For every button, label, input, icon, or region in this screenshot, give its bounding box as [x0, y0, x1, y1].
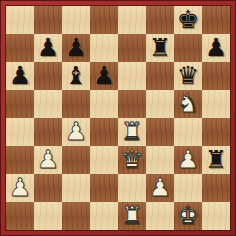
white-knight-g5[interactable]: ♞	[174, 90, 202, 118]
chess-board-frame: ♚♟♟♜♟♟♝♟♛♞♟♜♟♛♟♜♟♟♜♚	[0, 0, 236, 236]
white-rook-e1[interactable]: ♜	[118, 202, 146, 230]
black-rook-f7[interactable]: ♜	[146, 34, 174, 62]
square-h8[interactable]	[202, 6, 230, 34]
square-b5[interactable]	[34, 90, 62, 118]
square-a2[interactable]: ♟	[6, 174, 34, 202]
white-rook-e4[interactable]: ♜	[118, 118, 146, 146]
black-queen-g6[interactable]: ♛	[174, 62, 202, 90]
square-c5[interactable]	[62, 90, 90, 118]
square-d8[interactable]	[90, 6, 118, 34]
square-c8[interactable]	[62, 6, 90, 34]
black-rook-h3[interactable]: ♜	[202, 146, 230, 174]
square-g8[interactable]: ♚	[174, 6, 202, 34]
square-d1[interactable]	[90, 202, 118, 230]
square-a1[interactable]	[6, 202, 34, 230]
square-b7[interactable]: ♟	[34, 34, 62, 62]
white-pawn-b3[interactable]: ♟	[34, 146, 62, 174]
black-bishop-c6[interactable]: ♝	[62, 62, 90, 90]
square-g1[interactable]: ♚	[174, 202, 202, 230]
square-g6[interactable]: ♛	[174, 62, 202, 90]
square-f3[interactable]	[146, 146, 174, 174]
square-f5[interactable]	[146, 90, 174, 118]
square-a8[interactable]	[6, 6, 34, 34]
square-b6[interactable]	[34, 62, 62, 90]
white-pawn-f2[interactable]: ♟	[146, 174, 174, 202]
square-b1[interactable]	[34, 202, 62, 230]
square-f6[interactable]	[146, 62, 174, 90]
square-h2[interactable]	[202, 174, 230, 202]
square-a7[interactable]	[6, 34, 34, 62]
black-pawn-c7[interactable]: ♟	[62, 34, 90, 62]
square-e2[interactable]	[118, 174, 146, 202]
square-d2[interactable]	[90, 174, 118, 202]
square-d4[interactable]	[90, 118, 118, 146]
square-e3[interactable]: ♛	[118, 146, 146, 174]
square-d7[interactable]	[90, 34, 118, 62]
black-pawn-d6[interactable]: ♟	[90, 62, 118, 90]
square-f4[interactable]	[146, 118, 174, 146]
square-g4[interactable]	[174, 118, 202, 146]
black-king-g8[interactable]: ♚	[174, 6, 202, 34]
square-a3[interactable]	[6, 146, 34, 174]
square-h4[interactable]	[202, 118, 230, 146]
square-h3[interactable]: ♜	[202, 146, 230, 174]
black-pawn-h7[interactable]: ♟	[202, 34, 230, 62]
square-d6[interactable]: ♟	[90, 62, 118, 90]
white-king-g1[interactable]: ♚	[174, 202, 202, 230]
square-d5[interactable]	[90, 90, 118, 118]
square-h7[interactable]: ♟	[202, 34, 230, 62]
square-e1[interactable]: ♜	[118, 202, 146, 230]
white-pawn-a2[interactable]: ♟	[6, 174, 34, 202]
square-c1[interactable]	[62, 202, 90, 230]
square-f7[interactable]: ♜	[146, 34, 174, 62]
square-h6[interactable]	[202, 62, 230, 90]
square-g2[interactable]	[174, 174, 202, 202]
square-f1[interactable]	[146, 202, 174, 230]
white-queen-e3[interactable]: ♛	[118, 146, 146, 174]
square-a4[interactable]	[6, 118, 34, 146]
square-c2[interactable]	[62, 174, 90, 202]
chess-board: ♚♟♟♜♟♟♝♟♛♞♟♜♟♛♟♜♟♟♜♚	[6, 6, 230, 230]
square-a5[interactable]	[6, 90, 34, 118]
white-pawn-c4[interactable]: ♟	[62, 118, 90, 146]
square-e8[interactable]	[118, 6, 146, 34]
square-g3[interactable]: ♟	[174, 146, 202, 174]
square-c6[interactable]: ♝	[62, 62, 90, 90]
square-c4[interactable]: ♟	[62, 118, 90, 146]
square-f2[interactable]: ♟	[146, 174, 174, 202]
white-pawn-g3[interactable]: ♟	[174, 146, 202, 174]
square-g5[interactable]: ♞	[174, 90, 202, 118]
square-b3[interactable]: ♟	[34, 146, 62, 174]
square-b2[interactable]	[34, 174, 62, 202]
square-c7[interactable]: ♟	[62, 34, 90, 62]
square-h1[interactable]	[202, 202, 230, 230]
square-f8[interactable]	[146, 6, 174, 34]
square-b4[interactable]	[34, 118, 62, 146]
square-c3[interactable]	[62, 146, 90, 174]
black-pawn-a6[interactable]: ♟	[6, 62, 34, 90]
square-g7[interactable]	[174, 34, 202, 62]
square-a6[interactable]: ♟	[6, 62, 34, 90]
square-e4[interactable]: ♜	[118, 118, 146, 146]
square-e5[interactable]	[118, 90, 146, 118]
square-e6[interactable]	[118, 62, 146, 90]
square-d3[interactable]	[90, 146, 118, 174]
square-e7[interactable]	[118, 34, 146, 62]
square-b8[interactable]	[34, 6, 62, 34]
black-pawn-b7[interactable]: ♟	[34, 34, 62, 62]
square-h5[interactable]	[202, 90, 230, 118]
